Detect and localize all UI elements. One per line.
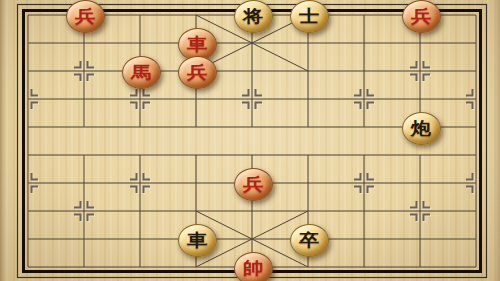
piece-glyph: 将 — [243, 7, 263, 24]
piece-glyph: 兵 — [187, 63, 207, 80]
piece-black-cannon[interactable]: 炮 — [402, 112, 441, 145]
piece-glyph: 車 — [187, 35, 207, 52]
piece-red-soldier[interactable]: 兵 — [178, 56, 217, 89]
piece-glyph: 兵 — [243, 175, 263, 192]
piece-red-king[interactable]: 帥 — [234, 252, 273, 281]
piece-red-horse[interactable]: 馬 — [122, 56, 161, 89]
piece-glyph: 馬 — [131, 63, 151, 80]
piece-red-soldier[interactable]: 兵 — [66, 0, 105, 33]
piece-glyph: 卒 — [299, 231, 319, 248]
piece-glyph: 炮 — [411, 119, 431, 136]
piece-red-soldier[interactable]: 兵 — [402, 0, 441, 33]
piece-red-soldier[interactable]: 兵 — [234, 168, 273, 201]
piece-black-soldier[interactable]: 卒 — [290, 224, 329, 257]
piece-glyph: 兵 — [75, 7, 95, 24]
piece-black-general[interactable]: 将 — [234, 0, 273, 33]
piece-glyph: 兵 — [411, 7, 431, 24]
piece-black-chariot[interactable]: 車 — [178, 224, 217, 257]
piece-black-advisor[interactable]: 士 — [290, 0, 329, 33]
piece-glyph: 車 — [187, 231, 207, 248]
xiangqi-board: 兵将士兵車馬兵炮兵車卒帥 — [0, 0, 500, 281]
piece-glyph: 士 — [299, 7, 319, 24]
piece-glyph: 帥 — [243, 259, 263, 276]
